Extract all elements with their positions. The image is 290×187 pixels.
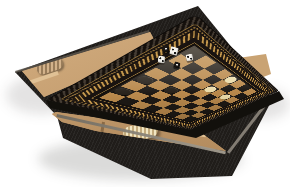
product-photo-scene: ●●●●●● xyxy=(0,0,290,187)
